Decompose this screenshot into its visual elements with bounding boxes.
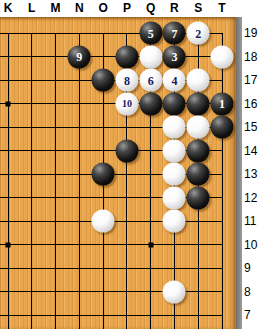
row-label-8: 8	[244, 286, 251, 298]
row-label-17: 17	[244, 74, 257, 86]
grid-line-vertical-N	[79, 33, 80, 329]
go-board-viewer: KLMNOPQRST 57293864101 19181716151413121…	[0, 0, 260, 329]
stone-white-R14[interactable]	[163, 139, 186, 162]
stone-white-R13[interactable]	[163, 163, 186, 186]
row-label-7: 7	[244, 309, 251, 321]
stone-black-R19[interactable]: 7	[163, 22, 186, 45]
star-point-K10	[6, 242, 11, 247]
stone-black-S16[interactable]	[187, 92, 210, 115]
grid-line-horizontal-7	[0, 315, 223, 316]
column-label-K: K	[4, 1, 13, 16]
stone-white-Q18[interactable]	[139, 45, 162, 68]
stone-black-T15[interactable]	[211, 116, 234, 139]
stone-white-P17[interactable]: 8	[115, 69, 138, 92]
column-label-L: L	[28, 1, 35, 16]
row-label-18: 18	[244, 51, 257, 63]
row-label-10: 10	[244, 239, 257, 251]
column-label-T: T	[218, 1, 225, 16]
column-label-R: R	[170, 1, 179, 16]
stone-black-R18[interactable]: 3	[163, 45, 186, 68]
row-label-19: 19	[244, 27, 257, 39]
stone-white-O11[interactable]	[92, 210, 115, 233]
stone-black-S14[interactable]	[187, 139, 210, 162]
stone-white-R11[interactable]	[163, 210, 186, 233]
row-label-13: 13	[244, 168, 257, 180]
column-labels-strip: KLMNOPQRST	[0, 0, 260, 17]
grid-line-vertical-L	[31, 33, 32, 329]
stone-black-O13[interactable]	[92, 163, 115, 186]
star-point-K16	[6, 101, 11, 106]
row-label-12: 12	[244, 192, 257, 204]
stone-black-R16[interactable]	[163, 92, 186, 115]
column-label-P: P	[123, 1, 131, 16]
stone-black-S12[interactable]	[187, 186, 210, 209]
grid-line-horizontal-18	[0, 56, 223, 57]
stone-white-S17[interactable]	[187, 69, 210, 92]
stone-black-P18[interactable]	[115, 45, 138, 68]
stone-white-S15[interactable]	[187, 116, 210, 139]
stone-black-O17[interactable]	[92, 69, 115, 92]
star-point-Q10	[148, 242, 153, 247]
stone-white-R17[interactable]: 4	[163, 69, 186, 92]
grid-line-vertical-T	[222, 33, 223, 329]
row-label-14: 14	[244, 145, 257, 157]
go-board[interactable]: 57293864101	[0, 17, 236, 329]
row-label-9: 9	[244, 262, 251, 274]
row-label-16: 16	[244, 98, 257, 110]
stone-black-N18[interactable]: 9	[68, 45, 91, 68]
stone-black-S13[interactable]	[187, 163, 210, 186]
stone-black-Q16[interactable]	[139, 92, 162, 115]
stone-white-R8[interactable]	[163, 280, 186, 303]
grid-line-horizontal-9	[0, 268, 223, 269]
row-labels-strip: 19181716151413121110987	[242, 17, 260, 329]
stone-white-R12[interactable]	[163, 186, 186, 209]
stone-black-P14[interactable]	[115, 139, 138, 162]
row-label-11: 11	[244, 215, 256, 227]
stone-white-R15[interactable]	[163, 116, 186, 139]
grid-line-vertical-M	[55, 33, 56, 329]
column-label-M: M	[51, 1, 61, 16]
grid-line-horizontal-10	[0, 244, 223, 245]
column-label-O: O	[98, 1, 107, 16]
column-label-Q: Q	[146, 1, 155, 16]
grid-line-vertical-K	[8, 33, 9, 329]
stone-white-T18[interactable]	[211, 45, 234, 68]
stone-white-P16[interactable]: 10	[115, 92, 138, 115]
grid-line-horizontal-8	[0, 291, 223, 292]
stone-white-S19[interactable]: 2	[187, 22, 210, 45]
stone-black-T16[interactable]: 1	[211, 92, 234, 115]
stone-white-Q17[interactable]: 6	[139, 69, 162, 92]
column-label-N: N	[75, 1, 84, 16]
row-label-15: 15	[244, 121, 257, 133]
column-label-S: S	[194, 1, 202, 16]
stone-black-Q19[interactable]: 5	[139, 22, 162, 45]
